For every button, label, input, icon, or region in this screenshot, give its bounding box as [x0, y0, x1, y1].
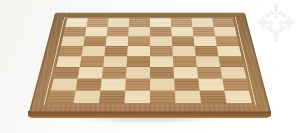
square-a5	[59, 46, 84, 56]
square-b7	[85, 27, 108, 36]
square-d2	[125, 79, 150, 91]
square-c3	[102, 67, 127, 78]
square-g3	[197, 67, 222, 78]
square-a6	[61, 36, 85, 46]
square-a2	[51, 79, 78, 91]
square-h3	[220, 67, 246, 78]
square-d6	[128, 36, 150, 46]
square-e1	[150, 91, 176, 104]
square-c4	[103, 56, 127, 67]
square-d8	[129, 18, 150, 27]
square-e8	[150, 18, 171, 27]
square-f6	[172, 36, 195, 46]
square-f3	[173, 67, 198, 78]
square-h5	[217, 46, 242, 56]
square-f2	[174, 79, 199, 91]
square-a8	[65, 18, 88, 27]
square-g7	[192, 27, 215, 36]
square-c5	[104, 46, 127, 56]
square-b6	[83, 36, 106, 46]
square-e5	[150, 46, 173, 56]
square-h2	[222, 79, 249, 91]
board-front-edge	[28, 111, 271, 118]
square-g4	[196, 56, 221, 67]
square-g5	[195, 46, 219, 56]
square-f5	[172, 46, 195, 56]
square-a3	[54, 67, 80, 78]
square-d7	[128, 27, 150, 36]
square-c1	[99, 91, 125, 104]
square-c2	[100, 79, 125, 91]
square-e7	[150, 27, 172, 36]
square-g6	[193, 36, 216, 46]
square-e3	[150, 67, 174, 78]
square-f7	[171, 27, 193, 36]
square-f1	[175, 91, 201, 104]
square-e2	[150, 79, 175, 91]
playing-field	[48, 18, 252, 103]
square-b1	[73, 91, 100, 104]
square-a4	[56, 56, 81, 67]
square-g2	[198, 79, 224, 91]
product-photo-stage	[0, 0, 300, 133]
square-b2	[76, 79, 102, 91]
square-c8	[108, 18, 130, 27]
square-h4	[219, 56, 244, 67]
square-h1	[224, 91, 252, 104]
square-d5	[127, 46, 150, 56]
square-c7	[107, 27, 129, 36]
square-c6	[105, 36, 128, 46]
square-f4	[173, 56, 197, 67]
square-f8	[171, 18, 193, 27]
square-d1	[124, 91, 150, 104]
board-top-surface	[29, 13, 271, 112]
square-b8	[86, 18, 108, 27]
square-g8	[191, 18, 213, 27]
square-d3	[126, 67, 150, 78]
square-e6	[150, 36, 172, 46]
square-h7	[214, 27, 237, 36]
square-h6	[215, 36, 239, 46]
square-e4	[150, 56, 173, 67]
square-h8	[212, 18, 235, 27]
square-b3	[78, 67, 103, 78]
square-b4	[80, 56, 105, 67]
square-g1	[200, 91, 227, 104]
square-d4	[127, 56, 150, 67]
square-a1	[48, 91, 76, 104]
square-a7	[63, 27, 86, 36]
square-b5	[81, 46, 105, 56]
chessboard	[0, 0, 300, 133]
